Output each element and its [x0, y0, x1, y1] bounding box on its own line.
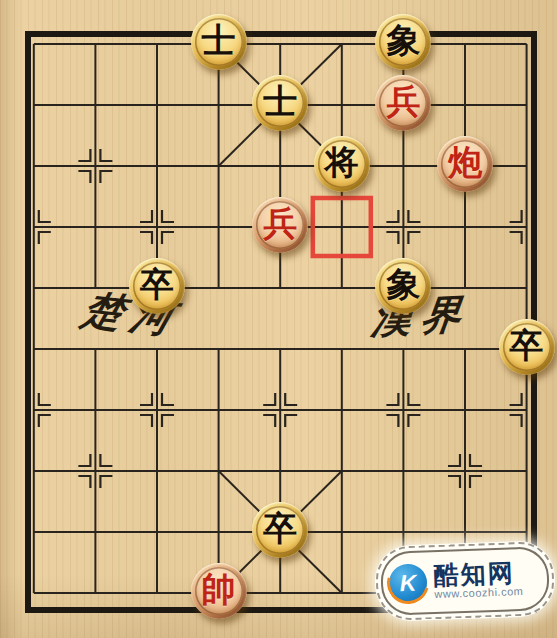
- piece-glyph: 帥: [202, 573, 236, 607]
- piece-black-soldier-1[interactable]: 卒: [129, 258, 185, 314]
- piece-face: 将: [318, 140, 366, 188]
- piece-face: 卒: [256, 506, 304, 554]
- piece-face: 帥: [195, 567, 243, 615]
- piece-black-soldier-3[interactable]: 卒: [252, 502, 308, 558]
- xiangqi-app: 楚河 漢界 士象士兵将炮兵卒象卒卒帥 K 酷知网 www.coozhi.com: [0, 0, 557, 638]
- piece-glyph: 卒: [510, 329, 544, 363]
- coozhi-logo-icon: K: [388, 563, 427, 602]
- site-url: www.coozhi.com: [434, 586, 523, 601]
- piece-face: 卒: [133, 262, 181, 310]
- piece-black-soldier-2[interactable]: 卒: [499, 319, 555, 375]
- piece-glyph: 象: [386, 24, 420, 58]
- piece-face: 兵: [256, 201, 304, 249]
- piece-glyph: 兵: [263, 207, 297, 241]
- piece-red-general[interactable]: 帥: [191, 563, 247, 619]
- piece-black-elephant-2[interactable]: 象: [375, 258, 431, 314]
- piece-red-soldier-2[interactable]: 兵: [252, 197, 308, 253]
- piece-glyph: 卒: [140, 268, 174, 302]
- piece-face: 炮: [441, 140, 489, 188]
- piece-black-advisor-1[interactable]: 士: [191, 14, 247, 70]
- piece-glyph: 炮: [448, 146, 482, 180]
- piece-black-advisor-2[interactable]: 士: [252, 75, 308, 131]
- watermark-text: 酷知网 www.coozhi.com: [433, 560, 523, 601]
- piece-glyph: 象: [386, 268, 420, 302]
- piece-face: 士: [256, 79, 304, 127]
- piece-face: 卒: [503, 323, 551, 371]
- piece-glyph: 士: [202, 24, 236, 58]
- piece-glyph: 将: [325, 146, 359, 180]
- piece-face: 士: [195, 18, 243, 66]
- piece-red-cannon[interactable]: 炮: [437, 136, 493, 192]
- piece-glyph: 兵: [386, 85, 420, 119]
- piece-black-general[interactable]: 将: [314, 136, 370, 192]
- piece-glyph: 士: [263, 85, 297, 119]
- pieces-layer: 士象士兵将炮兵卒象卒卒帥: [0, 0, 557, 638]
- piece-face: 象: [379, 262, 427, 310]
- coozhi-watermark: K 酷知网 www.coozhi.com: [380, 546, 550, 616]
- piece-face: 象: [379, 18, 427, 66]
- piece-glyph: 卒: [263, 512, 297, 546]
- piece-face: 兵: [379, 79, 427, 127]
- piece-red-soldier-1[interactable]: 兵: [375, 75, 431, 131]
- logo-swoosh-icon: [379, 554, 436, 611]
- piece-black-elephant-1[interactable]: 象: [375, 14, 431, 70]
